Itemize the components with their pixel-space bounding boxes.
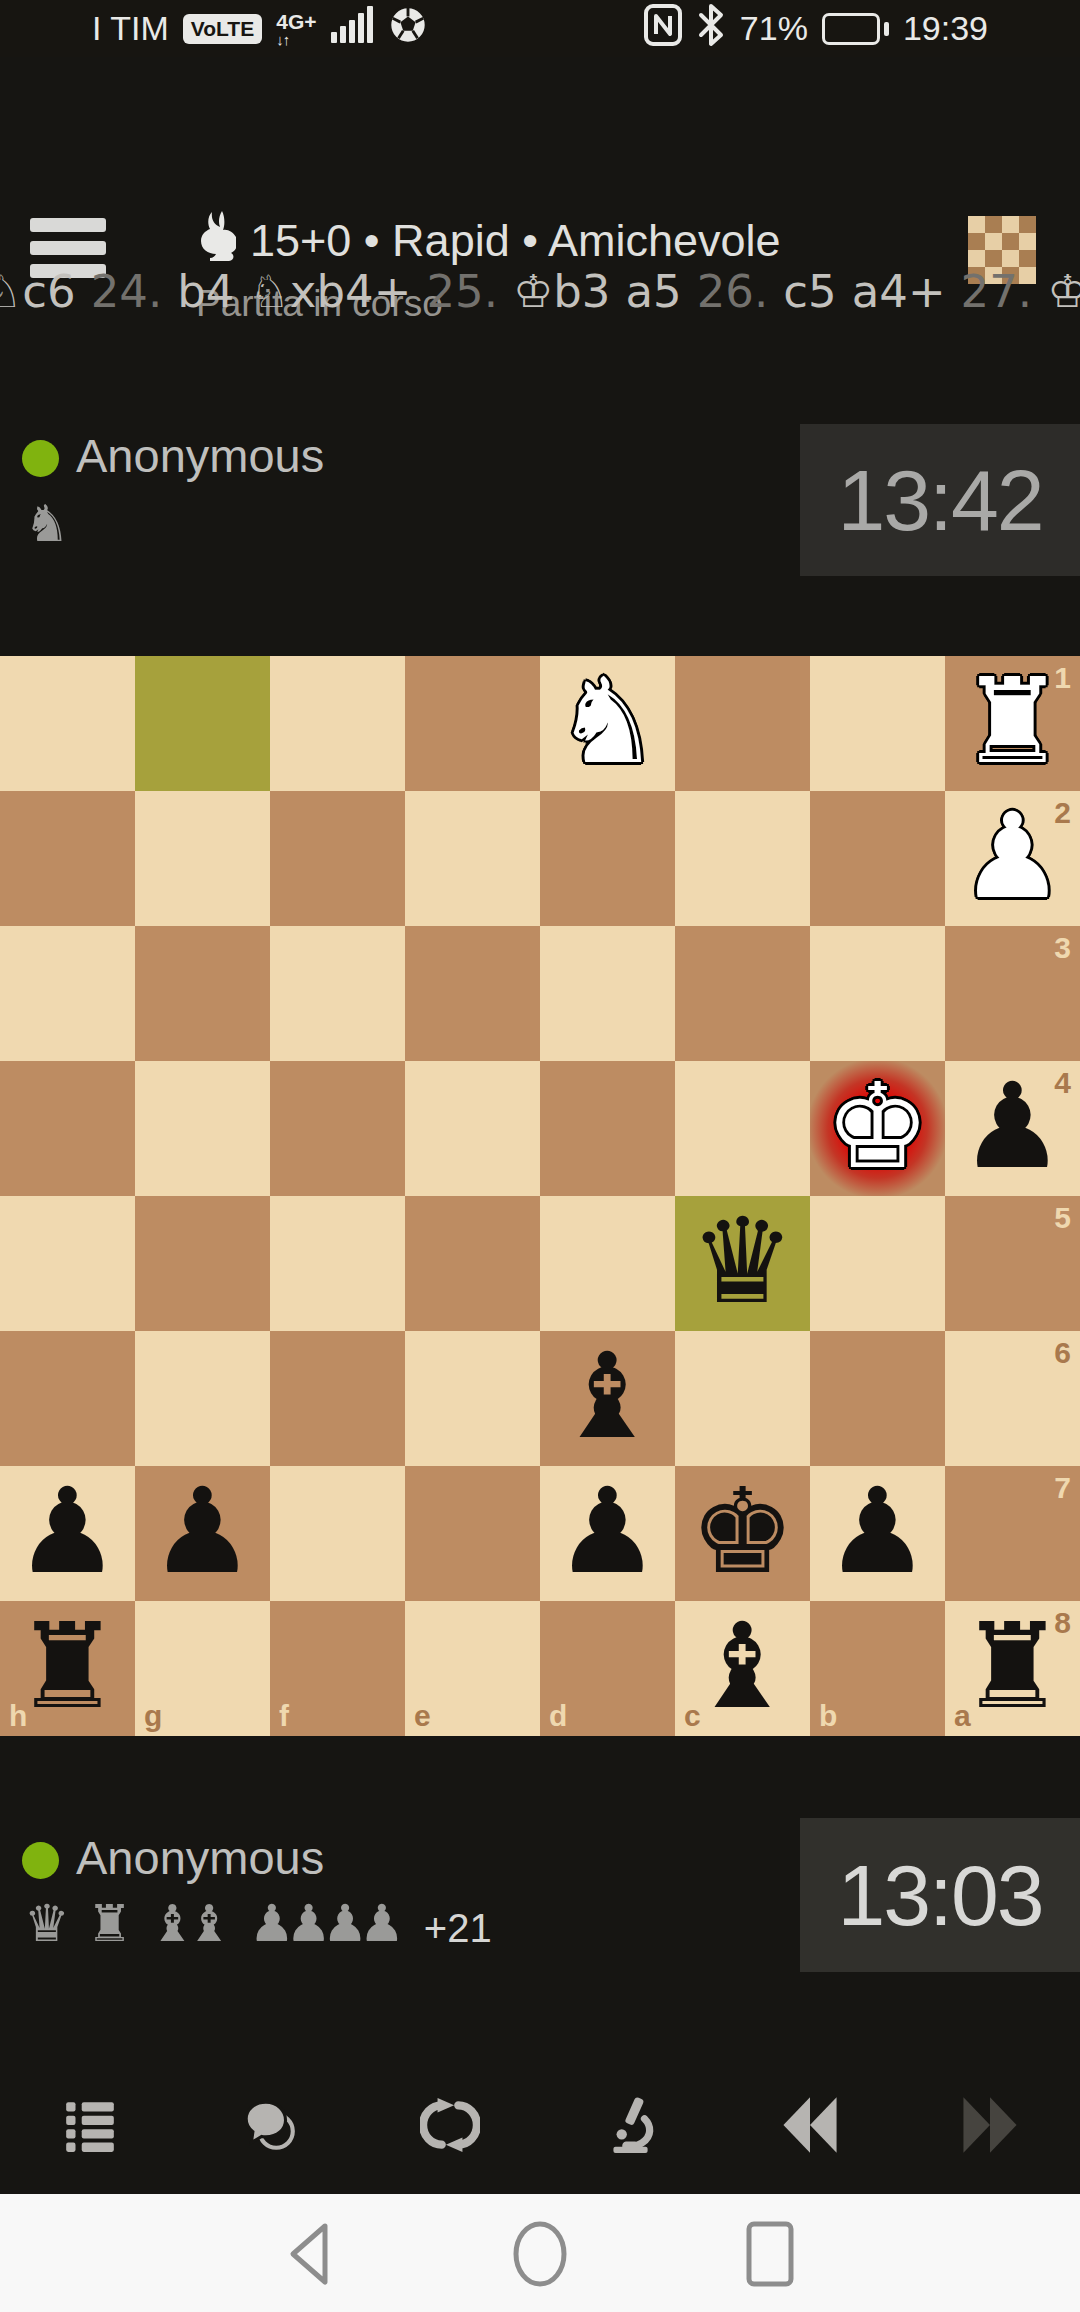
square-c2[interactable] (675, 791, 810, 926)
app-header: 15+0 • Rapid • Amichevole Partita in cor… (0, 90, 1080, 235)
rank-label-3: 3 (1054, 931, 1071, 965)
move-token[interactable]: ♘xb4+ (250, 265, 412, 318)
file-label-e: e (414, 1699, 431, 1733)
square-e3[interactable] (405, 926, 540, 1061)
board-thumbnail-cell (968, 233, 985, 250)
black-rook-h8[interactable]: ♜ (0, 1601, 135, 1736)
square-e6[interactable] (405, 1331, 540, 1466)
android-navbar (0, 2194, 1080, 2312)
square-a3[interactable]: 3 (945, 926, 1080, 1061)
square-d7[interactable]: ♟ (540, 1466, 675, 1601)
bluetooth-icon (696, 2, 726, 56)
nfc-icon (644, 4, 682, 54)
square-f1[interactable] (270, 656, 405, 791)
clock-bottom: 13:03 (800, 1818, 1080, 1972)
move-token[interactable]: ♔b3 (513, 265, 611, 318)
square-g4[interactable] (135, 1061, 270, 1196)
square-a1[interactable]: 1♜ (945, 656, 1080, 791)
soccer-ball-notification-icon (387, 4, 429, 54)
signal-strength-icon (331, 6, 373, 52)
chat-button[interactable] (180, 2096, 360, 2154)
board-thumbnail-cell (1002, 216, 1019, 233)
board-thumbnail-cell (985, 216, 1002, 233)
square-h5[interactable] (0, 1196, 135, 1331)
file-label-g: g (144, 1699, 162, 1733)
square-e4[interactable] (405, 1061, 540, 1196)
square-h2[interactable] (0, 791, 135, 926)
square-a7[interactable]: 7 (945, 1466, 1080, 1601)
square-a6[interactable]: 6 (945, 1331, 1080, 1466)
square-e7[interactable] (405, 1466, 540, 1601)
square-h1[interactable] (0, 656, 135, 791)
black-bishop-c8[interactable]: ♝ (675, 1601, 810, 1736)
white-knight-d1[interactable]: ♞ (540, 656, 675, 791)
board-thumbnail-cell (1019, 233, 1036, 250)
square-d6[interactable]: ♝ (540, 1331, 675, 1466)
square-f8[interactable]: f (270, 1601, 405, 1736)
square-f7[interactable] (270, 1466, 405, 1601)
square-a2[interactable]: 2♟ (945, 791, 1080, 926)
white-pawn-a2[interactable]: ♟ (945, 791, 1080, 926)
file-label-f: f (279, 1699, 289, 1733)
board-thumbnail-cell (1002, 233, 1019, 250)
square-g2[interactable] (135, 791, 270, 926)
square-c5[interactable]: ♛ (675, 1196, 810, 1331)
analysis-microscope-button[interactable] (540, 2096, 720, 2154)
file-label-b: b (819, 1699, 837, 1733)
battery-percent-label: 71% (740, 9, 808, 48)
move-token[interactable]: ♘c6 (0, 265, 76, 318)
square-f3[interactable] (270, 926, 405, 1061)
android-home-button[interactable] (505, 2218, 575, 2290)
square-d2[interactable] (540, 791, 675, 926)
square-g6[interactable] (135, 1331, 270, 1466)
square-b8[interactable]: b (810, 1601, 945, 1736)
square-e5[interactable] (405, 1196, 540, 1331)
square-g3[interactable] (135, 926, 270, 1061)
rewind-button[interactable] (720, 2096, 900, 2154)
square-h4[interactable] (0, 1061, 135, 1196)
white-rook-a1[interactable]: ♜ (945, 656, 1080, 791)
square-f6[interactable] (270, 1331, 405, 1466)
square-b6[interactable] (810, 1331, 945, 1466)
rank-label-7: 7 (1054, 1471, 1071, 1505)
flip-board-button[interactable] (360, 2096, 540, 2154)
volte-badge: VoLTE (183, 14, 262, 44)
clock-top: 13:42 (800, 424, 1080, 576)
square-h8[interactable]: h♜ (0, 1601, 135, 1736)
square-g1[interactable] (135, 656, 270, 791)
move-number[interactable]: 24. (91, 265, 163, 318)
network-type: 4G+ ↓↑ (276, 11, 316, 47)
square-d5[interactable] (540, 1196, 675, 1331)
captured-piece-group-b: ♝♝ (149, 1898, 231, 1949)
square-g8[interactable]: g (135, 1601, 270, 1736)
square-e1[interactable] (405, 656, 540, 791)
square-b1[interactable] (810, 656, 945, 791)
captured-piece-group-p: ♟♟♟♟ (249, 1898, 405, 1949)
square-h6[interactable] (0, 1331, 135, 1466)
square-e2[interactable] (405, 791, 540, 926)
move-token[interactable]: b4 (177, 265, 234, 318)
black-rook-a8[interactable]: ♜ (945, 1601, 1080, 1736)
status-time-label: 19:39 (903, 9, 988, 48)
forward-button[interactable] (900, 2096, 1080, 2154)
move-number[interactable]: 27. (961, 265, 1033, 318)
square-d8[interactable]: d (540, 1601, 675, 1736)
square-c4[interactable] (675, 1061, 810, 1196)
carrier-label: I TIM (92, 9, 169, 48)
black-queen-c5[interactable]: ♛ (675, 1196, 810, 1331)
square-f4[interactable] (270, 1061, 405, 1196)
square-f2[interactable] (270, 791, 405, 926)
square-b2[interactable] (810, 791, 945, 926)
square-b7[interactable]: ♟ (810, 1466, 945, 1601)
square-c7[interactable]: ♚ (675, 1466, 810, 1601)
black-pawn-a4[interactable]: ♟ (945, 1061, 1080, 1196)
move-list[interactable]: ♘c624.b4♘xb4+25.♔b3a526.c5a4+27.♔xb4♕xc5… (0, 253, 1080, 329)
move-token[interactable]: c5 (783, 265, 836, 318)
move-token[interactable]: a4+ (852, 265, 946, 318)
bottom-toolbar (0, 2085, 1080, 2165)
board-thumbnail-cell (1019, 216, 1036, 233)
move-token[interactable]: ♔xb4 (1047, 265, 1080, 318)
board-thumbnail-cell (968, 216, 985, 233)
square-c8[interactable]: c♝ (675, 1601, 810, 1736)
square-d4[interactable] (540, 1061, 675, 1196)
rank-label-5: 5 (1054, 1201, 1071, 1235)
square-c6[interactable] (675, 1331, 810, 1466)
captured-pieces-top: ♞ (24, 498, 70, 549)
square-b3[interactable] (810, 926, 945, 1061)
file-label-d: d (549, 1699, 567, 1733)
white-king-b4[interactable]: ♚ (810, 1061, 945, 1196)
black-bishop-d6[interactable]: ♝ (540, 1331, 675, 1466)
status-bar: I TIM VoLTE 4G+ ↓↑ (0, 0, 1080, 57)
chess-board[interactable]: ♞1♜2♟3♚4♟♛5♝6♟♟♟♚♟7h♜gfedc♝b8a♜ (0, 656, 1080, 1736)
move-list-button[interactable] (0, 2096, 180, 2154)
square-a4[interactable]: 4♟ (945, 1061, 1080, 1196)
captured-piece-group-n: ♞ (24, 498, 70, 549)
player-top-name: Anonymous (76, 428, 324, 483)
move-number[interactable]: 26. (697, 265, 769, 318)
player-bottom-name: Anonymous (76, 1830, 324, 1885)
captured-piece-group-q: ♛ (24, 1898, 70, 1949)
square-g5[interactable] (135, 1196, 270, 1331)
black-pawn-g7[interactable]: ♟ (135, 1466, 270, 1601)
battery-icon (822, 13, 889, 45)
square-g7[interactable]: ♟ (135, 1466, 270, 1601)
square-b4[interactable]: ♚ (810, 1061, 945, 1196)
android-back-button[interactable] (275, 2218, 345, 2290)
square-f5[interactable] (270, 1196, 405, 1331)
captured-piece-group-r: ♜ (87, 1898, 133, 1949)
android-recents-button[interactable] (735, 2218, 805, 2290)
online-indicator-bottom (22, 1842, 59, 1879)
black-king-c7[interactable]: ♚ (675, 1466, 810, 1601)
online-indicator-top (22, 440, 59, 477)
move-number[interactable]: 25. (426, 265, 498, 318)
black-pawn-h7[interactable]: ♟ (0, 1466, 135, 1601)
black-pawn-b7[interactable]: ♟ (810, 1466, 945, 1601)
square-h3[interactable] (0, 926, 135, 1061)
square-c1[interactable] (675, 656, 810, 791)
black-pawn-d7[interactable]: ♟ (540, 1466, 675, 1601)
captured-pieces-bottom: ♛♜♝♝♟♟♟♟+21 (24, 1898, 492, 1949)
square-d3[interactable] (540, 926, 675, 1061)
square-h7[interactable]: ♟ (0, 1466, 135, 1601)
square-d1[interactable]: ♞ (540, 656, 675, 791)
rank-label-6: 6 (1054, 1336, 1071, 1370)
square-c3[interactable] (675, 926, 810, 1061)
board-thumbnail-cell (985, 233, 1002, 250)
move-token[interactable]: a5 (626, 265, 682, 318)
square-a5[interactable]: 5 (945, 1196, 1080, 1331)
square-e8[interactable]: e (405, 1601, 540, 1736)
square-b5[interactable] (810, 1196, 945, 1331)
material-advantage-label: +21 (424, 1908, 492, 1948)
square-a8[interactable]: 8a♜ (945, 1601, 1080, 1736)
